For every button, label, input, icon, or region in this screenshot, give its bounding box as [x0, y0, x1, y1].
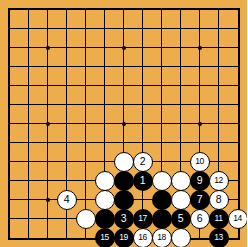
move-number-label: 1 [140, 175, 145, 186]
white-stone [171, 171, 191, 191]
black-stone-19: 19 [114, 228, 134, 247]
white-stone-8: 8 [209, 190, 229, 210]
white-stone [171, 190, 191, 210]
black-stone-7: 7 [190, 190, 210, 210]
white-stone [95, 190, 115, 210]
black-stone-17: 17 [133, 209, 153, 229]
move-number-label: 15 [100, 233, 108, 242]
move-number-label: 14 [233, 214, 241, 223]
white-stone-6: 6 [190, 209, 210, 229]
move-number-label: 5 [178, 213, 183, 224]
white-stone [152, 171, 172, 191]
star-point [198, 122, 202, 126]
move-number-label: 10 [195, 157, 203, 166]
move-number-label: 7 [197, 194, 202, 205]
white-stone-14: 14 [228, 209, 248, 229]
white-stone-16: 16 [133, 228, 153, 247]
white-stone-10: 10 [190, 152, 210, 172]
black-stone-1: 1 [133, 171, 153, 191]
grid-line-horizontal [9, 142, 239, 143]
move-number-label: 13 [214, 233, 222, 242]
star-point [46, 122, 50, 126]
white-stone [171, 228, 191, 247]
black-stone-5: 5 [171, 209, 191, 229]
white-stone [76, 209, 96, 229]
star-point [46, 46, 50, 50]
move-number-label: 17 [138, 214, 146, 223]
black-stone-9: 9 [190, 171, 210, 191]
white-stone [95, 171, 115, 191]
black-stone [114, 190, 134, 210]
move-number-label: 3 [121, 213, 126, 224]
move-number-label: 19 [119, 233, 127, 242]
black-stone-13: 13 [209, 228, 229, 247]
move-number-label: 6 [197, 213, 202, 224]
black-stone [95, 209, 115, 229]
move-number-label: 18 [157, 233, 165, 242]
black-stone-15: 15 [95, 228, 115, 247]
move-number-label: 2 [140, 156, 145, 167]
move-number-label: 16 [138, 233, 146, 242]
black-stone [152, 190, 172, 210]
black-stone [114, 171, 134, 191]
move-number-label: 8 [216, 194, 221, 205]
star-point [122, 122, 126, 126]
grid-line-vertical [142, 9, 143, 239]
move-number-label: 4 [64, 194, 69, 205]
black-stone [152, 209, 172, 229]
white-stone-2: 2 [133, 152, 153, 172]
white-stone-18: 18 [152, 228, 172, 247]
move-number-label: 9 [197, 175, 202, 186]
move-number-label: 11 [215, 214, 223, 223]
star-point [122, 46, 126, 50]
move-number-label: 12 [214, 176, 222, 185]
white-stone-12: 12 [209, 171, 229, 191]
star-point [46, 198, 50, 202]
white-stone [114, 152, 134, 172]
black-stone-11: 11 [209, 209, 229, 229]
black-stone-3: 3 [114, 209, 134, 229]
go-board: 21019124783175611141519161813 [0, 0, 247, 247]
star-point [198, 46, 202, 50]
white-stone-4: 4 [57, 190, 77, 210]
